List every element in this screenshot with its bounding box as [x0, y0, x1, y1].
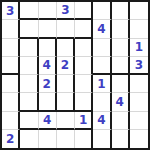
cell-r6c1[interactable]: [2, 93, 20, 111]
cell-r2c2[interactable]: [20, 20, 38, 38]
cell-r5c3[interactable]: 2: [39, 75, 57, 93]
cell-r3c3[interactable]: [39, 39, 57, 57]
cell-r4c3[interactable]: 4: [39, 57, 57, 75]
cell-r3c8[interactable]: 1: [130, 39, 148, 57]
cell-r8c1[interactable]: 2: [2, 130, 20, 148]
given-digit: 4: [97, 23, 105, 35]
cell-r1c2[interactable]: [20, 2, 38, 20]
given-digit: 4: [97, 114, 105, 126]
cell-r6c8[interactable]: [130, 93, 148, 111]
cell-r4c5[interactable]: [75, 57, 93, 75]
given-digit: 3: [6, 5, 14, 17]
cell-r1c8[interactable]: [130, 2, 148, 20]
given-digit: 1: [79, 114, 87, 126]
cell-r6c3[interactable]: [39, 93, 57, 111]
given-digit: 1: [135, 41, 143, 53]
cell-r7c2[interactable]: [20, 112, 38, 130]
cell-r8c6[interactable]: [93, 130, 111, 148]
cell-r5c5[interactable]: [75, 75, 93, 93]
cell-r6c2[interactable]: [20, 93, 38, 111]
given-digit: 4: [115, 96, 123, 108]
cell-r3c4[interactable]: [57, 39, 75, 57]
cell-r7c1[interactable]: [2, 112, 20, 130]
cell-r6c6[interactable]: [93, 93, 111, 111]
cell-r2c7[interactable]: [112, 20, 130, 38]
cell-r4c7[interactable]: [112, 57, 130, 75]
cell-r5c8[interactable]: [130, 75, 148, 93]
given-digit: 1: [97, 78, 105, 90]
cell-r4c6[interactable]: [93, 57, 111, 75]
cell-r1c4[interactable]: 3: [57, 2, 75, 20]
cell-r7c5[interactable]: 1: [75, 112, 93, 130]
cell-r7c7[interactable]: [112, 112, 130, 130]
cell-r1c5[interactable]: [75, 2, 93, 20]
cell-r3c5[interactable]: [75, 39, 93, 57]
cell-r3c6[interactable]: [93, 39, 111, 57]
cell-r2c8[interactable]: [130, 20, 148, 38]
cell-r1c3[interactable]: [39, 2, 57, 20]
cell-r2c3[interactable]: [39, 20, 57, 38]
cell-r5c7[interactable]: [112, 75, 130, 93]
cell-r8c5[interactable]: [75, 130, 93, 148]
cell-r2c5[interactable]: [75, 20, 93, 38]
cell-r2c4[interactable]: [57, 20, 75, 38]
given-digit: 2: [61, 59, 69, 71]
cell-r4c4[interactable]: 2: [57, 57, 75, 75]
puzzle-board: 33414232144142: [0, 0, 150, 150]
cell-r2c6[interactable]: 4: [93, 20, 111, 38]
cell-r5c1[interactable]: [2, 75, 20, 93]
cell-r4c8[interactable]: 3: [130, 57, 148, 75]
cell-r6c5[interactable]: [75, 93, 93, 111]
cell-r5c6[interactable]: 1: [93, 75, 111, 93]
given-digit: 2: [42, 78, 50, 90]
cell-r7c4[interactable]: [57, 112, 75, 130]
cell-r1c1[interactable]: 3: [2, 2, 20, 20]
cell-r8c3[interactable]: [39, 130, 57, 148]
given-digit: 3: [61, 4, 69, 16]
given-digit: 4: [42, 59, 50, 71]
cell-r7c8[interactable]: [130, 112, 148, 130]
cell-r3c2[interactable]: [20, 39, 38, 57]
cell-r4c2[interactable]: [20, 57, 38, 75]
given-digit: 4: [43, 114, 51, 126]
cell-r5c4[interactable]: [57, 75, 75, 93]
cell-r2c1[interactable]: [2, 20, 20, 38]
given-digit: 2: [6, 133, 14, 145]
cell-r4c1[interactable]: [2, 57, 20, 75]
cell-r8c4[interactable]: [57, 130, 75, 148]
given-digit: 3: [135, 59, 143, 71]
cell-r7c3[interactable]: 4: [39, 112, 57, 130]
cell-r8c7[interactable]: [112, 130, 130, 148]
cell-r5c2[interactable]: [20, 75, 38, 93]
cell-r1c6[interactable]: [93, 2, 111, 20]
cell-r8c2[interactable]: [20, 130, 38, 148]
cell-r1c7[interactable]: [112, 2, 130, 20]
cell-r8c8[interactable]: [130, 130, 148, 148]
cell-r3c7[interactable]: [112, 39, 130, 57]
cell-r6c7[interactable]: 4: [112, 93, 130, 111]
cell-r3c1[interactable]: [2, 39, 20, 57]
cell-r7c6[interactable]: 4: [93, 112, 111, 130]
cell-r6c4[interactable]: [57, 93, 75, 111]
